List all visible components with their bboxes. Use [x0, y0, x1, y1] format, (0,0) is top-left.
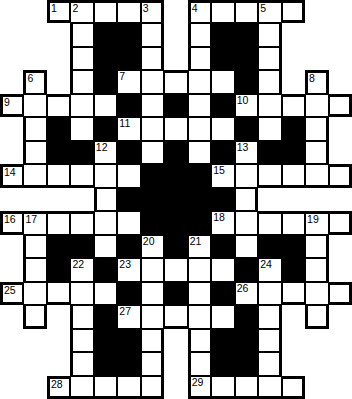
- crossword-cell[interactable]: 4: [188, 0, 211, 23]
- black-square: [164, 94, 187, 117]
- clue-number: 11: [119, 118, 130, 129]
- black-square: [164, 235, 187, 258]
- crossword-cell[interactable]: [258, 117, 281, 140]
- crossword-cell[interactable]: 9: [0, 94, 23, 117]
- clue-number: 26: [237, 283, 249, 294]
- black-square: [211, 94, 234, 117]
- crossword-cell[interactable]: [141, 23, 164, 46]
- crossword-cell[interactable]: [258, 352, 281, 375]
- black-square: [141, 188, 164, 211]
- crossword-cell[interactable]: [47, 164, 70, 187]
- outside-area: [329, 141, 352, 164]
- outside-area: [47, 352, 70, 375]
- outside-area: [0, 258, 23, 281]
- outside-area: [164, 47, 187, 70]
- crossword-cell[interactable]: [23, 235, 46, 258]
- black-square: [141, 164, 164, 187]
- crossword-cell[interactable]: 19: [305, 211, 328, 234]
- crossword-cell[interactable]: [282, 376, 305, 399]
- clue-number: 18: [213, 212, 225, 223]
- crossword-cell[interactable]: 11: [117, 117, 140, 140]
- crossword-cell[interactable]: 26: [235, 282, 258, 305]
- crossword-cell[interactable]: [258, 70, 281, 93]
- outside-area: [329, 23, 352, 46]
- black-square: [94, 352, 117, 375]
- crossword-cell[interactable]: 14: [0, 164, 23, 187]
- outside-area: [23, 329, 46, 352]
- black-square: [258, 141, 281, 164]
- crossword-cell[interactable]: [70, 47, 93, 70]
- crossword-cell[interactable]: [70, 282, 93, 305]
- black-square: [94, 329, 117, 352]
- black-square: [188, 188, 211, 211]
- clue-number: 13: [237, 142, 249, 153]
- black-square: [235, 329, 258, 352]
- crossword-cell[interactable]: [305, 164, 328, 187]
- outside-area: [329, 305, 352, 328]
- crossword-page: 1234567891011121314151617181920212223242…: [0, 0, 352, 399]
- outside-area: [47, 305, 70, 328]
- clue-number: 25: [4, 285, 16, 296]
- outside-area: [329, 47, 352, 70]
- clue-number: 6: [27, 73, 33, 84]
- clue-number: 3: [143, 3, 149, 14]
- outside-area: [47, 23, 70, 46]
- black-square: [211, 47, 234, 70]
- outside-area: [329, 0, 352, 23]
- black-square: [117, 329, 140, 352]
- black-square: [211, 141, 234, 164]
- crossword-cell[interactable]: [305, 117, 328, 140]
- crossword-cell[interactable]: [70, 352, 93, 375]
- clue-number: 29: [192, 377, 204, 388]
- crossword-cell[interactable]: [329, 164, 352, 187]
- black-square: [211, 235, 234, 258]
- outside-area: [47, 47, 70, 70]
- clue-number: 24: [260, 259, 272, 270]
- crossword-cell[interactable]: [164, 258, 187, 281]
- black-square: [94, 23, 117, 46]
- black-square: [188, 164, 211, 187]
- crossword-cell[interactable]: 29: [188, 376, 211, 399]
- crossword-cell[interactable]: [329, 282, 352, 305]
- outside-area: [0, 329, 23, 352]
- black-square: [188, 211, 211, 234]
- crossword-cell[interactable]: 16: [0, 211, 23, 234]
- black-square: [47, 117, 70, 140]
- crossword-cell[interactable]: [305, 282, 328, 305]
- crossword-cell[interactable]: 8: [305, 70, 328, 93]
- crossword-cell[interactable]: [94, 164, 117, 187]
- crossword-cell[interactable]: 20: [141, 235, 164, 258]
- crossword-cell[interactable]: [211, 376, 234, 399]
- crossword-cell[interactable]: [47, 94, 70, 117]
- crossword-cell[interactable]: [235, 0, 258, 23]
- outside-area: [329, 258, 352, 281]
- crossword-cell[interactable]: [329, 94, 352, 117]
- black-square: [211, 352, 234, 375]
- clue-number: 23: [119, 259, 131, 270]
- crossword-cell[interactable]: [70, 94, 93, 117]
- crossword-cell[interactable]: [258, 94, 281, 117]
- black-square: [211, 23, 234, 46]
- crossword-cell[interactable]: 1: [47, 0, 70, 23]
- outside-area: [305, 352, 328, 375]
- clue-number: 12: [96, 142, 108, 153]
- crossword-cell[interactable]: 18: [211, 211, 234, 234]
- crossword-cell[interactable]: [70, 117, 93, 140]
- crossword-cell[interactable]: [70, 70, 93, 93]
- outside-area: [23, 352, 46, 375]
- crossword-cell[interactable]: [188, 23, 211, 46]
- black-square: [282, 117, 305, 140]
- black-square: [282, 235, 305, 258]
- outside-area: [329, 235, 352, 258]
- clue-number: 15: [213, 165, 225, 176]
- crossword-cell[interactable]: [23, 305, 46, 328]
- crossword-cell[interactable]: [117, 211, 140, 234]
- black-square: [235, 23, 258, 46]
- clue-number: 27: [119, 306, 131, 317]
- crossword-cell[interactable]: 6: [23, 70, 46, 93]
- clue-number: 22: [72, 259, 84, 270]
- crossword-cell[interactable]: [117, 0, 140, 23]
- outside-area: [47, 188, 70, 211]
- black-square: [235, 305, 258, 328]
- black-square: [164, 141, 187, 164]
- black-square: [70, 235, 93, 258]
- black-square: [47, 258, 70, 281]
- black-square: [235, 117, 258, 140]
- outside-area: [282, 305, 305, 328]
- crossword-cell[interactable]: [141, 376, 164, 399]
- crossword-cell[interactable]: [94, 211, 117, 234]
- black-square: [117, 188, 140, 211]
- outside-area: [329, 376, 352, 399]
- outside-area: [329, 329, 352, 352]
- crossword-cell[interactable]: 15: [211, 164, 234, 187]
- black-square: [47, 141, 70, 164]
- crossword-cell[interactable]: 12: [94, 141, 117, 164]
- crossword-cell[interactable]: [305, 258, 328, 281]
- crossword-cell[interactable]: [211, 305, 234, 328]
- clue-number: 8: [309, 73, 315, 84]
- outside-area: [305, 47, 328, 70]
- crossword-cell[interactable]: [47, 282, 70, 305]
- crossword-cell[interactable]: 24: [258, 258, 281, 281]
- crossword-cell[interactable]: [211, 258, 234, 281]
- outside-area: [164, 23, 187, 46]
- black-square: [117, 23, 140, 46]
- clue-number: 21: [190, 236, 202, 247]
- crossword-cell[interactable]: [23, 117, 46, 140]
- crossword-board: 1234567891011121314151617181920212223242…: [0, 0, 352, 399]
- crossword-cell[interactable]: 2: [70, 0, 93, 23]
- crossword-cell[interactable]: [94, 235, 117, 258]
- crossword-cell[interactable]: 13: [235, 141, 258, 164]
- crossword-cell[interactable]: [305, 305, 328, 328]
- outside-area: [0, 23, 23, 46]
- crossword-cell[interactable]: [70, 23, 93, 46]
- crossword-cell[interactable]: 7: [117, 70, 140, 93]
- crossword-cell[interactable]: [141, 47, 164, 70]
- crossword-cell[interactable]: [141, 117, 164, 140]
- black-square: [235, 70, 258, 93]
- crossword-cell[interactable]: 21: [188, 235, 211, 258]
- crossword-cell[interactable]: [258, 282, 281, 305]
- crossword-cell[interactable]: [94, 94, 117, 117]
- black-square: [94, 258, 117, 281]
- outside-area: [329, 188, 352, 211]
- crossword-cell[interactable]: [235, 235, 258, 258]
- black-square: [117, 94, 140, 117]
- black-square: [70, 141, 93, 164]
- crossword-cell[interactable]: [305, 94, 328, 117]
- crossword-cell[interactable]: 3: [141, 0, 164, 23]
- crossword-cell[interactable]: [164, 305, 187, 328]
- crossword-cell[interactable]: [70, 305, 93, 328]
- crossword-cell[interactable]: [94, 0, 117, 23]
- crossword-cell[interactable]: 27: [117, 305, 140, 328]
- crossword-cell[interactable]: [23, 141, 46, 164]
- clue-number: 10: [237, 95, 249, 106]
- crossword-cell[interactable]: [188, 141, 211, 164]
- outside-area: [0, 0, 23, 23]
- crossword-cell[interactable]: [329, 211, 352, 234]
- crossword-cell[interactable]: [23, 258, 46, 281]
- outside-area: [305, 23, 328, 46]
- black-square: [211, 188, 234, 211]
- crossword-cell[interactable]: [258, 376, 281, 399]
- crossword-cell[interactable]: [282, 282, 305, 305]
- clue-number: 9: [4, 97, 10, 108]
- crossword-cell[interactable]: [94, 188, 117, 211]
- crossword-cell[interactable]: [23, 164, 46, 187]
- outside-area: [282, 329, 305, 352]
- black-square: [282, 141, 305, 164]
- crossword-cell[interactable]: [235, 376, 258, 399]
- clue-number: 1: [51, 3, 57, 14]
- outside-area: [164, 352, 187, 375]
- black-square: [94, 47, 117, 70]
- crossword-cell[interactable]: [188, 94, 211, 117]
- crossword-cell[interactable]: [141, 329, 164, 352]
- crossword-cell[interactable]: [47, 211, 70, 234]
- crossword-cell[interactable]: 10: [235, 94, 258, 117]
- black-square: [117, 235, 140, 258]
- crossword-cell[interactable]: [188, 282, 211, 305]
- black-square: [117, 282, 140, 305]
- outside-area: [47, 329, 70, 352]
- outside-area: [0, 47, 23, 70]
- clue-number: 28: [51, 379, 63, 390]
- crossword-cell[interactable]: [282, 94, 305, 117]
- outside-area: [0, 352, 23, 375]
- outside-area: [305, 0, 328, 23]
- crossword-cell[interactable]: 28: [47, 376, 70, 399]
- black-square: [164, 282, 187, 305]
- outside-area: [282, 70, 305, 93]
- crossword-cell[interactable]: [70, 211, 93, 234]
- crossword-cell[interactable]: [188, 258, 211, 281]
- crossword-cell[interactable]: [305, 235, 328, 258]
- crossword-cell[interactable]: [282, 164, 305, 187]
- outside-area: [305, 329, 328, 352]
- crossword-cell[interactable]: [141, 258, 164, 281]
- crossword-cell[interactable]: [94, 376, 117, 399]
- crossword-cell[interactable]: 23: [117, 258, 140, 281]
- crossword-cell[interactable]: [258, 23, 281, 46]
- outside-area: [23, 376, 46, 399]
- clue-number: 4: [192, 3, 198, 14]
- outside-area: [282, 188, 305, 211]
- outside-area: [258, 188, 281, 211]
- black-square: [117, 47, 140, 70]
- crossword-cell[interactable]: [188, 47, 211, 70]
- crossword-cell[interactable]: [141, 70, 164, 93]
- crossword-cell[interactable]: 22: [70, 258, 93, 281]
- crossword-cell[interactable]: [258, 305, 281, 328]
- outside-area: [70, 188, 93, 211]
- outside-area: [23, 47, 46, 70]
- black-square: [235, 352, 258, 375]
- outside-area: [0, 70, 23, 93]
- outside-area: [329, 352, 352, 375]
- clue-number: 14: [4, 167, 16, 178]
- crossword-cell[interactable]: 17: [23, 211, 46, 234]
- crossword-cell[interactable]: 25: [0, 282, 23, 305]
- black-square: [47, 235, 70, 258]
- black-square: [235, 47, 258, 70]
- outside-area: [0, 188, 23, 211]
- black-square: [117, 352, 140, 375]
- outside-area: [329, 117, 352, 140]
- outside-area: [164, 0, 187, 23]
- black-square: [164, 188, 187, 211]
- crossword-cell[interactable]: [141, 141, 164, 164]
- outside-area: [23, 23, 46, 46]
- outside-area: [0, 141, 23, 164]
- black-square: [141, 211, 164, 234]
- crossword-cell[interactable]: [23, 282, 46, 305]
- outside-area: [305, 376, 328, 399]
- crossword-cell[interactable]: [141, 282, 164, 305]
- outside-area: [0, 376, 23, 399]
- black-square: [94, 305, 117, 328]
- crossword-cell[interactable]: [188, 70, 211, 93]
- black-square: [94, 117, 117, 140]
- crossword-cell[interactable]: [188, 305, 211, 328]
- crossword-cell[interactable]: [188, 329, 211, 352]
- crossword-cell[interactable]: [70, 164, 93, 187]
- crossword-cell[interactable]: [141, 352, 164, 375]
- crossword-cell[interactable]: [70, 376, 93, 399]
- crossword-cell[interactable]: [188, 352, 211, 375]
- crossword-cell[interactable]: [94, 282, 117, 305]
- crossword-cell[interactable]: [164, 117, 187, 140]
- crossword-cell[interactable]: [235, 164, 258, 187]
- crossword-cell[interactable]: [141, 305, 164, 328]
- black-square: [94, 70, 117, 93]
- crossword-cell[interactable]: [235, 188, 258, 211]
- outside-area: [164, 329, 187, 352]
- crossword-cell[interactable]: 5: [258, 0, 281, 23]
- crossword-cell[interactable]: [117, 164, 140, 187]
- crossword-cell[interactable]: [282, 0, 305, 23]
- black-square: [282, 258, 305, 281]
- black-square: [211, 282, 234, 305]
- outside-area: [0, 235, 23, 258]
- clue-number: 17: [25, 214, 37, 225]
- outside-area: [23, 188, 46, 211]
- clue-number: 20: [143, 236, 155, 247]
- outside-area: [164, 376, 187, 399]
- black-square: [258, 235, 281, 258]
- crossword-cell[interactable]: [258, 211, 281, 234]
- black-square: [117, 141, 140, 164]
- crossword-cell[interactable]: [211, 70, 234, 93]
- black-square: [164, 211, 187, 234]
- crossword-cell[interactable]: [235, 211, 258, 234]
- clue-number: 19: [307, 214, 319, 225]
- crossword-cell[interactable]: [117, 376, 140, 399]
- clue-number: 2: [72, 3, 78, 14]
- clue-number: 16: [4, 214, 16, 225]
- outside-area: [0, 305, 23, 328]
- outside-area: [329, 70, 352, 93]
- crossword-cell[interactable]: [164, 70, 187, 93]
- crossword-cell[interactable]: [282, 211, 305, 234]
- outside-area: [282, 47, 305, 70]
- outside-area: [305, 188, 328, 211]
- outside-area: [0, 117, 23, 140]
- crossword-cell[interactable]: [70, 329, 93, 352]
- outside-area: [23, 0, 46, 23]
- crossword-cell[interactable]: [305, 141, 328, 164]
- outside-area: [282, 23, 305, 46]
- clue-number: 7: [119, 71, 125, 82]
- black-square: [164, 164, 187, 187]
- crossword-cell[interactable]: [258, 329, 281, 352]
- crossword-cell[interactable]: [258, 164, 281, 187]
- black-square: [211, 329, 234, 352]
- outside-area: [282, 352, 305, 375]
- black-square: [235, 258, 258, 281]
- crossword-cell[interactable]: [188, 117, 211, 140]
- outside-area: [47, 70, 70, 93]
- crossword-cell[interactable]: [258, 47, 281, 70]
- crossword-cell[interactable]: [141, 94, 164, 117]
- clue-number: 5: [260, 3, 266, 14]
- crossword-cell[interactable]: [211, 0, 234, 23]
- crossword-cell[interactable]: [211, 117, 234, 140]
- crossword-cell[interactable]: [23, 94, 46, 117]
